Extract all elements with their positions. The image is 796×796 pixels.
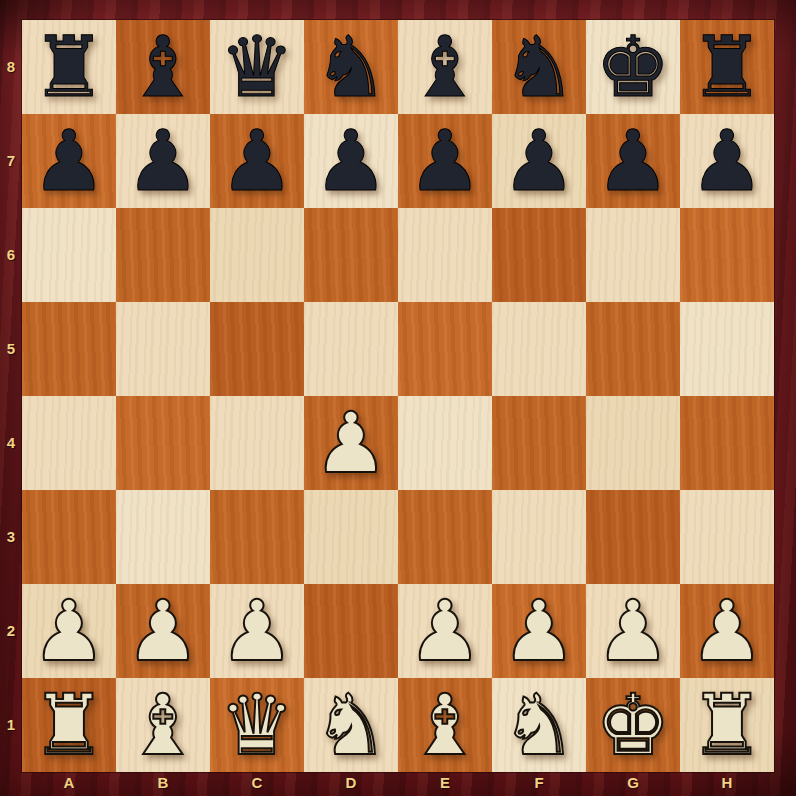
square-b1[interactable]: ♝	[116, 678, 210, 772]
square-f8[interactable]: ♞	[492, 20, 586, 114]
piece-white-pawn[interactable]: ♟	[689, 584, 764, 678]
rank-label-1: 1	[0, 678, 22, 772]
file-label-b: B	[116, 772, 210, 796]
square-b5[interactable]	[116, 302, 210, 396]
square-h3[interactable]	[680, 490, 774, 584]
square-e7[interactable]: ♟	[398, 114, 492, 208]
piece-black-rook[interactable]: ♜	[31, 20, 106, 114]
square-a3[interactable]	[22, 490, 116, 584]
piece-white-knight[interactable]: ♞	[501, 678, 576, 772]
piece-black-pawn[interactable]: ♟	[689, 114, 764, 208]
file-label-g: G	[586, 772, 680, 796]
square-h2[interactable]: ♟	[680, 584, 774, 678]
square-h5[interactable]	[680, 302, 774, 396]
square-d2[interactable]	[304, 584, 398, 678]
rank-label-5: 5	[0, 302, 22, 396]
chess-board-frame: ♜♝♛♞♝♞♚♜♟♟♟♟♟♟♟♟♟♟♟♟♟♟♟♟♜♝♛♞♝♞♚♜ 8765432…	[0, 0, 796, 796]
chess-board: ♜♝♛♞♝♞♚♜♟♟♟♟♟♟♟♟♟♟♟♟♟♟♟♟♜♝♛♞♝♞♚♜	[22, 20, 774, 772]
piece-white-pawn[interactable]: ♟	[219, 584, 294, 678]
square-g2[interactable]: ♟	[586, 584, 680, 678]
square-f5[interactable]	[492, 302, 586, 396]
file-label-f: F	[492, 772, 586, 796]
square-a5[interactable]	[22, 302, 116, 396]
square-f6[interactable]	[492, 208, 586, 302]
rank-label-6: 6	[0, 208, 22, 302]
square-a2[interactable]: ♟	[22, 584, 116, 678]
square-c1[interactable]: ♛	[210, 678, 304, 772]
square-e8[interactable]: ♝	[398, 20, 492, 114]
piece-black-queen[interactable]: ♛	[219, 20, 294, 114]
square-g8[interactable]: ♚	[586, 20, 680, 114]
square-f7[interactable]: ♟	[492, 114, 586, 208]
square-h4[interactable]	[680, 396, 774, 490]
square-g1[interactable]: ♚	[586, 678, 680, 772]
piece-black-bishop[interactable]: ♝	[407, 20, 482, 114]
piece-white-bishop[interactable]: ♝	[407, 678, 482, 772]
square-e6[interactable]	[398, 208, 492, 302]
square-d8[interactable]: ♞	[304, 20, 398, 114]
piece-white-rook[interactable]: ♜	[31, 678, 106, 772]
square-e3[interactable]	[398, 490, 492, 584]
file-label-a: A	[22, 772, 116, 796]
piece-black-pawn[interactable]: ♟	[313, 114, 388, 208]
square-a7[interactable]: ♟	[22, 114, 116, 208]
piece-black-bishop[interactable]: ♝	[125, 20, 200, 114]
square-d7[interactable]: ♟	[304, 114, 398, 208]
piece-white-pawn[interactable]: ♟	[125, 584, 200, 678]
piece-white-king[interactable]: ♚	[595, 678, 670, 772]
square-d1[interactable]: ♞	[304, 678, 398, 772]
rank-label-8: 8	[0, 20, 22, 114]
file-label-d: D	[304, 772, 398, 796]
rank-label-2: 2	[0, 584, 22, 678]
square-a1[interactable]: ♜	[22, 678, 116, 772]
square-e2[interactable]: ♟	[398, 584, 492, 678]
square-g3[interactable]	[586, 490, 680, 584]
square-g7[interactable]: ♟	[586, 114, 680, 208]
square-f2[interactable]: ♟	[492, 584, 586, 678]
piece-black-king[interactable]: ♚	[595, 20, 670, 114]
square-b2[interactable]: ♟	[116, 584, 210, 678]
piece-white-knight[interactable]: ♞	[313, 678, 388, 772]
square-g5[interactable]	[586, 302, 680, 396]
square-a6[interactable]	[22, 208, 116, 302]
square-c2[interactable]: ♟	[210, 584, 304, 678]
piece-black-pawn[interactable]: ♟	[125, 114, 200, 208]
square-b8[interactable]: ♝	[116, 20, 210, 114]
square-a4[interactable]	[22, 396, 116, 490]
piece-black-knight[interactable]: ♞	[313, 20, 388, 114]
rank-label-4: 4	[0, 396, 22, 490]
square-e1[interactable]: ♝	[398, 678, 492, 772]
piece-black-pawn[interactable]: ♟	[595, 114, 670, 208]
square-e5[interactable]	[398, 302, 492, 396]
piece-white-pawn[interactable]: ♟	[313, 396, 388, 490]
piece-white-bishop[interactable]: ♝	[125, 678, 200, 772]
rank-label-7: 7	[0, 114, 22, 208]
square-c7[interactable]: ♟	[210, 114, 304, 208]
piece-white-pawn[interactable]: ♟	[407, 584, 482, 678]
square-d5[interactable]	[304, 302, 398, 396]
square-d3[interactable]	[304, 490, 398, 584]
square-c6[interactable]	[210, 208, 304, 302]
square-f3[interactable]	[492, 490, 586, 584]
piece-black-pawn[interactable]: ♟	[31, 114, 106, 208]
piece-white-pawn[interactable]: ♟	[501, 584, 576, 678]
piece-black-pawn[interactable]: ♟	[219, 114, 294, 208]
square-b3[interactable]	[116, 490, 210, 584]
piece-white-queen[interactable]: ♛	[219, 678, 294, 772]
square-b6[interactable]	[116, 208, 210, 302]
file-label-e: E	[398, 772, 492, 796]
piece-white-rook[interactable]: ♜	[689, 678, 764, 772]
square-f1[interactable]: ♞	[492, 678, 586, 772]
piece-white-pawn[interactable]: ♟	[31, 584, 106, 678]
square-h7[interactable]: ♟	[680, 114, 774, 208]
square-d6[interactable]	[304, 208, 398, 302]
square-b4[interactable]	[116, 396, 210, 490]
square-d4[interactable]: ♟	[304, 396, 398, 490]
square-h8[interactable]: ♜	[680, 20, 774, 114]
piece-black-rook[interactable]: ♜	[689, 20, 764, 114]
file-label-c: C	[210, 772, 304, 796]
square-f4[interactable]	[492, 396, 586, 490]
file-label-h: H	[680, 772, 774, 796]
rank-label-3: 3	[0, 490, 22, 584]
square-c3[interactable]	[210, 490, 304, 584]
piece-black-pawn[interactable]: ♟	[407, 114, 482, 208]
square-g6[interactable]	[586, 208, 680, 302]
square-e4[interactable]	[398, 396, 492, 490]
square-c5[interactable]	[210, 302, 304, 396]
square-b7[interactable]: ♟	[116, 114, 210, 208]
square-h1[interactable]: ♜	[680, 678, 774, 772]
piece-white-pawn[interactable]: ♟	[595, 584, 670, 678]
piece-black-pawn[interactable]: ♟	[501, 114, 576, 208]
square-g4[interactable]	[586, 396, 680, 490]
square-h6[interactable]	[680, 208, 774, 302]
square-c8[interactable]: ♛	[210, 20, 304, 114]
piece-black-knight[interactable]: ♞	[501, 20, 576, 114]
square-a8[interactable]: ♜	[22, 20, 116, 114]
square-c4[interactable]	[210, 396, 304, 490]
